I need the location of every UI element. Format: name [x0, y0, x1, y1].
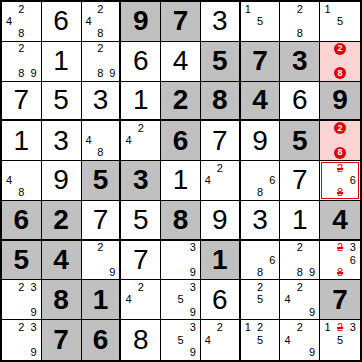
candidate-2: 2	[135, 122, 147, 134]
candidate-9: 9	[306, 306, 318, 318]
solved-digit: 6	[292, 86, 308, 114]
candidate-grid: 249	[280, 280, 319, 319]
candidate-2: 2	[294, 281, 306, 293]
given-digit: 7	[173, 7, 189, 35]
cell-r2c9[interactable]: 28	[320, 42, 360, 82]
solved-digit: 7	[14, 86, 30, 114]
candidate-3: 3	[28, 281, 40, 293]
given-digit: 5	[212, 47, 228, 75]
candidate-8: 8	[294, 266, 306, 278]
candidate-8: 8	[254, 266, 266, 278]
cell-r4c8[interactable]: 5	[280, 121, 320, 161]
candidate-5: 5	[174, 334, 186, 347]
candidate-2: 2	[294, 3, 306, 15]
cell-r5c1[interactable]: 48	[2, 161, 42, 201]
candidate-2-circled: 2	[334, 43, 346, 55]
candidate-9: 9	[28, 346, 40, 359]
candidate-3: 3	[346, 242, 359, 254]
cell-r1c6[interactable]: 3	[201, 2, 241, 42]
solved-digit: 9	[53, 166, 69, 194]
cell-r6c6[interactable]: 9	[201, 201, 241, 241]
candidate-8-eliminated: 8	[334, 187, 347, 199]
given-digit: 5	[93, 166, 109, 194]
candidate-9: 9	[106, 67, 118, 79]
cell-r7c6[interactable]: 1	[201, 241, 241, 281]
candidate-2: 2	[214, 162, 226, 174]
candidate-1: 1	[242, 3, 254, 15]
given-digit: 2	[53, 206, 69, 234]
cell-r8c1[interactable]: 239	[2, 280, 42, 320]
candidate-grid: 68	[241, 161, 280, 200]
cell-r1c3[interactable]: 248	[82, 2, 122, 42]
candidate-2: 2	[214, 321, 226, 334]
cell-r1c9[interactable]: 15	[320, 2, 360, 42]
candidate-9: 9	[28, 67, 40, 79]
candidate-grid: 24	[201, 161, 239, 200]
cell-r4c6[interactable]: 7	[201, 121, 241, 161]
cell-r1c2[interactable]: 6	[42, 2, 82, 42]
candidate-grid: 29	[82, 241, 120, 280]
candidate-grid: 48	[2, 161, 41, 200]
solved-digit: 5	[53, 86, 69, 114]
candidate-8: 8	[94, 147, 106, 159]
cell-r1c8[interactable]: 28	[280, 2, 320, 42]
solved-digit: 1	[133, 86, 149, 114]
candidate-4: 4	[3, 174, 15, 186]
solved-digit: 3	[212, 7, 228, 35]
candidate-grid: 39	[161, 241, 200, 280]
given-digit: 8	[53, 286, 69, 314]
solved-digit: 3	[93, 86, 109, 114]
candidate-9: 9	[187, 346, 199, 359]
cell-r6c3[interactable]: 7	[82, 201, 122, 241]
cell-r8c2[interactable]: 8	[42, 280, 82, 320]
cell-r3c8[interactable]: 6	[280, 82, 320, 122]
candidate-grid: 28	[280, 2, 319, 41]
cell-r7c8[interactable]: 289	[280, 241, 320, 281]
cell-r7c2[interactable]: 4	[42, 241, 82, 281]
cell-r8c3[interactable]: 1	[82, 280, 122, 320]
cell-r6c9[interactable]: 4	[320, 201, 360, 241]
cell-r3c4[interactable]: 1	[121, 82, 161, 122]
candidate-3: 3	[187, 242, 199, 254]
candidate-6: 6	[266, 174, 278, 186]
cell-r4c1[interactable]: 1	[2, 121, 42, 161]
cell-r8c8[interactable]: 249	[280, 280, 320, 320]
candidate-grid: 249	[280, 320, 319, 360]
candidate-grid: 68	[241, 241, 280, 280]
given-digit: 3	[133, 166, 149, 194]
candidate-2: 2	[254, 281, 266, 293]
candidate-grid: 289	[280, 241, 319, 280]
cell-r4c9[interactable]: 28	[320, 121, 360, 161]
cell-r9c4[interactable]: 8	[121, 320, 161, 360]
cell-r5c9[interactable]: 268	[320, 161, 360, 201]
cell-r5c3[interactable]: 5	[82, 161, 122, 201]
given-digit: 9	[332, 86, 348, 114]
candidate-grid: 359	[161, 280, 200, 319]
given-digit: 2	[173, 86, 189, 114]
solved-digit: 9	[212, 206, 228, 234]
cell-r4c3[interactable]: 48	[82, 121, 122, 161]
given-digit: 7	[332, 286, 348, 314]
candidate-2: 2	[94, 43, 106, 55]
candidate-9: 9	[187, 306, 199, 318]
candidate-grid: 25	[241, 280, 280, 319]
cell-r1c7[interactable]: 15	[241, 2, 281, 42]
solved-digit: 1	[173, 166, 189, 194]
candidate-8: 8	[94, 67, 106, 79]
cell-r2c7[interactable]: 7	[241, 42, 281, 82]
candidate-grid: 24	[201, 320, 239, 360]
solved-digit: 6	[212, 286, 228, 314]
given-digit: 8	[212, 86, 228, 114]
cell-r4c4[interactable]: 24	[121, 121, 161, 161]
given-digit: 7	[252, 47, 268, 75]
solved-digit: 8	[133, 326, 149, 354]
given-digit: 4	[53, 246, 69, 274]
candidate-2-eliminated: 2	[334, 162, 347, 174]
candidate-1: 1	[321, 321, 334, 334]
candidate-9: 9	[306, 266, 318, 278]
given-digit: 1	[212, 246, 228, 274]
candidate-8: 8	[15, 187, 27, 199]
cell-r3c1[interactable]: 7	[2, 82, 42, 122]
candidate-9: 9	[28, 306, 40, 318]
candidate-4: 4	[202, 334, 214, 347]
candidate-2-eliminated: 2	[334, 321, 347, 334]
candidate-8: 8	[15, 67, 27, 79]
candidate-4: 4	[202, 174, 214, 186]
candidate-grid: 239	[2, 280, 41, 319]
cell-r2c2[interactable]: 1	[42, 42, 82, 82]
candidate-grid: 125	[241, 320, 280, 360]
candidate-2: 2	[294, 242, 306, 254]
solved-digit: 7	[212, 127, 228, 155]
cell-r6c2[interactable]: 2	[42, 201, 82, 241]
cell-r9c1[interactable]: 239	[2, 320, 42, 360]
candidate-3: 3	[187, 321, 199, 334]
given-digit: 4	[252, 86, 268, 114]
candidate-9: 9	[306, 346, 318, 359]
cell-r3c2[interactable]: 5	[42, 82, 82, 122]
candidate-4: 4	[122, 135, 134, 147]
solved-digit: 5	[133, 206, 149, 234]
candidate-2-eliminated: 2	[334, 242, 347, 254]
solved-digit: 7	[292, 166, 308, 194]
given-digit: 6	[93, 326, 109, 354]
cell-r8c9[interactable]: 7	[320, 280, 360, 320]
candidate-8-circled: 8	[334, 147, 346, 159]
candidate-5: 5	[254, 294, 266, 306]
solved-digit: 3	[252, 206, 268, 234]
cell-r4c5[interactable]: 6	[161, 121, 201, 161]
cell-r1c5[interactable]: 7	[161, 2, 201, 42]
candidate-2: 2	[15, 321, 27, 334]
candidate-grid: 15	[320, 2, 360, 41]
candidate-grid: 15	[241, 2, 280, 41]
cell-r7c4[interactable]: 7	[121, 241, 161, 281]
cell-r1c4[interactable]: 9	[121, 2, 161, 42]
candidate-4: 4	[122, 294, 134, 306]
candidate-grid: 239	[2, 320, 41, 360]
given-digit: 5	[292, 127, 308, 155]
solved-digit: 9	[252, 127, 268, 155]
candidate-4: 4	[83, 15, 95, 27]
solved-digit: 6	[53, 7, 69, 35]
candidate-2-circled: 2	[334, 122, 346, 134]
cell-r6c8[interactable]: 1	[280, 201, 320, 241]
candidate-8: 8	[94, 28, 106, 40]
candidate-5: 5	[334, 15, 347, 27]
candidate-5: 5	[334, 334, 347, 347]
candidate-3: 3	[346, 321, 359, 334]
cell-r6c4[interactable]: 5	[121, 201, 161, 241]
sudoku-board: 2486248973152815289128964573287531284691…	[0, 0, 362, 362]
solved-digit: 4	[173, 47, 189, 75]
cell-r7c1[interactable]: 5	[2, 241, 42, 281]
cell-r3c5[interactable]: 2	[161, 82, 201, 122]
cell-r3c7[interactable]: 4	[241, 82, 281, 122]
candidate-grid: 248	[82, 2, 120, 41]
cell-r5c8[interactable]: 7	[280, 161, 320, 201]
cell-r5c5[interactable]: 1	[161, 161, 201, 201]
cell-r2c6[interactable]: 5	[201, 42, 241, 82]
cell-r9c9[interactable]: 1235	[320, 320, 360, 360]
candidate-9: 9	[106, 266, 118, 278]
cell-r6c7[interactable]: 3	[241, 201, 281, 241]
candidate-grid: 1235	[320, 320, 360, 360]
candidate-grid: 24	[121, 121, 160, 160]
candidate-6: 6	[346, 174, 359, 186]
candidate-1: 1	[242, 321, 254, 334]
cell-r3c6[interactable]: 8	[201, 82, 241, 122]
candidate-2: 2	[15, 281, 27, 293]
cell-r5c4[interactable]: 3	[121, 161, 161, 201]
cell-r9c5[interactable]: 359	[161, 320, 201, 360]
candidate-5: 5	[254, 15, 266, 27]
solved-digit: 1	[14, 127, 30, 155]
given-digit: 4	[332, 206, 348, 234]
solved-digit: 6	[133, 47, 149, 75]
candidate-2: 2	[94, 242, 106, 254]
candidate-2: 2	[254, 321, 266, 334]
cell-r2c4[interactable]: 6	[121, 42, 161, 82]
given-digit: 7	[53, 326, 69, 354]
cell-r3c3[interactable]: 3	[82, 82, 122, 122]
candidate-grid: 28	[320, 121, 360, 160]
candidate-4: 4	[83, 135, 95, 147]
cell-r9c6[interactable]: 24	[201, 320, 241, 360]
given-digit: 1	[93, 286, 109, 314]
cell-r8c5[interactable]: 359	[161, 280, 201, 320]
cell-r9c3[interactable]: 6	[82, 320, 122, 360]
given-digit: 6	[173, 127, 189, 155]
candidate-5: 5	[174, 294, 186, 306]
candidate-grid: 48	[82, 121, 120, 160]
candidate-8: 8	[254, 187, 266, 199]
candidate-grid: 289	[82, 42, 120, 81]
cell-r7c7[interactable]: 68	[241, 241, 281, 281]
candidate-5: 5	[254, 334, 266, 347]
given-digit: 9	[133, 7, 149, 35]
cell-r2c5[interactable]: 4	[161, 42, 201, 82]
candidate-8: 8	[294, 28, 306, 40]
cell-r7c9[interactable]: 2368	[320, 241, 360, 281]
cell-r5c2[interactable]: 9	[42, 161, 82, 201]
candidate-grid: 28	[320, 42, 360, 81]
solved-digit: 7	[133, 246, 149, 274]
cell-r8c7[interactable]: 25	[241, 280, 281, 320]
candidate-8-circled: 8	[334, 67, 346, 79]
cell-r6c5[interactable]: 8	[161, 201, 201, 241]
candidate-2: 2	[94, 3, 106, 15]
cell-r9c8[interactable]: 249	[280, 320, 320, 360]
cell-r4c2[interactable]: 3	[42, 121, 82, 161]
candidate-4: 4	[281, 334, 293, 347]
candidate-4: 4	[281, 294, 293, 306]
given-digit: 5	[14, 246, 30, 274]
candidate-2: 2	[15, 43, 27, 55]
candidate-grid: 289	[2, 42, 41, 81]
given-digit: 3	[292, 47, 308, 75]
candidate-6: 6	[266, 254, 278, 266]
cell-r5c7[interactable]: 68	[241, 161, 281, 201]
cell-r5c6[interactable]: 24	[201, 161, 241, 201]
cell-r2c1[interactable]: 289	[2, 42, 42, 82]
cell-r7c3[interactable]: 29	[82, 241, 122, 281]
candidate-3: 3	[28, 321, 40, 334]
candidate-6: 6	[346, 254, 359, 266]
candidate-2: 2	[135, 281, 147, 293]
cell-r9c7[interactable]: 125	[241, 320, 281, 360]
candidate-2: 2	[294, 321, 306, 334]
cell-r8c6[interactable]: 6	[201, 280, 241, 320]
candidate-1: 1	[321, 3, 334, 15]
cell-r8c4[interactable]: 24	[121, 280, 161, 320]
candidate-2: 2	[15, 3, 27, 15]
solved-digit: 1	[53, 47, 69, 75]
candidate-grid: 248	[2, 2, 41, 41]
cell-r6c1[interactable]: 6	[2, 201, 42, 241]
candidate-3: 3	[187, 281, 199, 293]
candidate-8-eliminated: 8	[334, 266, 347, 278]
cell-r9c2[interactable]: 7	[42, 320, 82, 360]
solved-digit: 1	[292, 206, 308, 234]
cell-r3c9[interactable]: 9	[320, 82, 360, 122]
solved-digit: 3	[53, 127, 69, 155]
candidate-4: 4	[3, 15, 15, 27]
cell-r7c5[interactable]: 39	[161, 241, 201, 281]
cell-r2c8[interactable]: 3	[280, 42, 320, 82]
candidate-grid: 2368	[320, 241, 360, 280]
cell-r2c3[interactable]: 289	[82, 42, 122, 82]
cell-r4c7[interactable]: 9	[241, 121, 281, 161]
given-digit: 6	[14, 206, 30, 234]
candidate-9: 9	[187, 266, 199, 278]
candidate-grid: 24	[121, 280, 160, 319]
solved-digit: 7	[93, 206, 109, 234]
cell-r1c1[interactable]: 248	[2, 2, 42, 42]
candidate-grid: 359	[161, 320, 200, 360]
candidate-grid: 268	[320, 161, 360, 200]
given-digit: 8	[173, 206, 189, 234]
candidate-8: 8	[15, 28, 27, 40]
